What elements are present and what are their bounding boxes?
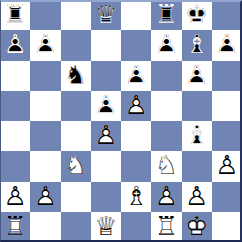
piece-glyph-outline: ♘ <box>155 152 178 178</box>
square-c1[interactable] <box>61 212 91 242</box>
piece-black-pawn[interactable]: ♟♙ <box>0 30 30 60</box>
square-g8[interactable]: ♚♔ <box>182 0 212 30</box>
piece-black-bishop[interactable]: ♝♗ <box>182 30 212 60</box>
piece-glyph-outline: ♙ <box>215 152 238 178</box>
square-h4[interactable] <box>212 121 242 151</box>
piece-white-bishop[interactable]: ♝♗ <box>121 182 151 212</box>
square-b3[interactable] <box>30 151 60 181</box>
square-d6[interactable] <box>91 61 121 91</box>
piece-glyph-outline: ♙ <box>94 122 117 148</box>
piece-black-bishop[interactable]: ♝♗ <box>182 121 212 151</box>
square-b4[interactable] <box>30 121 60 151</box>
chess-board: ♜♖♛♕♜♖♚♔♟♙♟♙♟♙♝♗♟♙♞♘♟♙♟♙♟♙♟♙♟♙♝♗♞♘♞♘♟♙♟♙… <box>0 0 242 242</box>
square-a6[interactable] <box>0 61 30 91</box>
square-a2[interactable]: ♟♙ <box>0 182 30 212</box>
square-f5[interactable] <box>151 91 181 121</box>
piece-glyph-outline: ♘ <box>64 62 87 88</box>
square-h8[interactable] <box>212 0 242 30</box>
piece-white-rook[interactable]: ♜♖ <box>0 212 30 242</box>
square-f1[interactable]: ♜♖ <box>151 212 181 242</box>
square-h7[interactable]: ♟♙ <box>212 30 242 60</box>
piece-white-pawn[interactable]: ♟♙ <box>0 182 30 212</box>
piece-glyph-outline: ♙ <box>3 31 26 57</box>
square-g1[interactable]: ♚♔ <box>182 212 212 242</box>
square-g4[interactable]: ♝♗ <box>182 121 212 151</box>
square-f8[interactable]: ♜♖ <box>151 0 181 30</box>
square-c8[interactable] <box>61 0 91 30</box>
piece-glyph-outline: ♙ <box>185 62 208 88</box>
square-e5[interactable]: ♟♙ <box>121 91 151 121</box>
piece-white-pawn[interactable]: ♟♙ <box>182 182 212 212</box>
piece-black-pawn[interactable]: ♟♙ <box>151 30 181 60</box>
square-e7[interactable] <box>121 30 151 60</box>
chess-board-wrap: ♜♖♛♕♜♖♚♔♟♙♟♙♟♙♝♗♟♙♞♘♟♙♟♙♟♙♟♙♟♙♝♗♞♘♞♘♟♙♟♙… <box>0 0 242 242</box>
piece-glyph-outline: ♗ <box>124 183 147 209</box>
square-b1[interactable] <box>30 212 60 242</box>
piece-black-rook[interactable]: ♜♖ <box>151 0 181 30</box>
piece-glyph-outline: ♙ <box>34 183 57 209</box>
square-e6[interactable]: ♟♙ <box>121 61 151 91</box>
square-d3[interactable] <box>91 151 121 181</box>
piece-glyph-outline: ♙ <box>155 31 178 57</box>
square-d1[interactable]: ♛♕ <box>91 212 121 242</box>
square-a7[interactable]: ♟♙ <box>0 30 30 60</box>
square-h5[interactable] <box>212 91 242 121</box>
square-e1[interactable] <box>121 212 151 242</box>
square-d4[interactable]: ♟♙ <box>91 121 121 151</box>
square-f3[interactable]: ♞♘ <box>151 151 181 181</box>
square-d5[interactable]: ♟♙ <box>91 91 121 121</box>
square-g2[interactable]: ♟♙ <box>182 182 212 212</box>
piece-glyph-outline: ♙ <box>124 62 147 88</box>
square-h3[interactable]: ♟♙ <box>212 151 242 181</box>
square-b6[interactable] <box>30 61 60 91</box>
piece-black-queen[interactable]: ♛♕ <box>91 0 121 30</box>
piece-black-pawn[interactable]: ♟♙ <box>30 30 60 60</box>
square-h6[interactable] <box>212 61 242 91</box>
square-h2[interactable] <box>212 182 242 212</box>
piece-glyph-outline: ♖ <box>155 1 178 27</box>
square-d2[interactable] <box>91 182 121 212</box>
piece-white-knight[interactable]: ♞♘ <box>151 151 181 181</box>
square-f7[interactable]: ♟♙ <box>151 30 181 60</box>
square-c5[interactable] <box>61 91 91 121</box>
square-d8[interactable]: ♛♕ <box>91 0 121 30</box>
piece-white-queen[interactable]: ♛♕ <box>91 212 121 242</box>
square-f2[interactable]: ♟♙ <box>151 182 181 212</box>
piece-glyph-outline: ♗ <box>185 31 208 57</box>
piece-glyph-outline: ♗ <box>185 122 208 148</box>
square-g5[interactable] <box>182 91 212 121</box>
square-e2[interactable]: ♝♗ <box>121 182 151 212</box>
square-f6[interactable] <box>151 61 181 91</box>
piece-glyph-outline: ♘ <box>64 152 87 178</box>
square-e8[interactable] <box>121 0 151 30</box>
square-b2[interactable]: ♟♙ <box>30 182 60 212</box>
piece-white-king[interactable]: ♚♔ <box>182 212 212 242</box>
square-a3[interactable] <box>0 151 30 181</box>
square-a5[interactable] <box>0 91 30 121</box>
square-b7[interactable]: ♟♙ <box>30 30 60 60</box>
square-e4[interactable] <box>121 121 151 151</box>
square-f4[interactable] <box>151 121 181 151</box>
piece-glyph-outline: ♙ <box>215 31 238 57</box>
piece-white-knight[interactable]: ♞♘ <box>61 151 91 181</box>
square-g7[interactable]: ♝♗ <box>182 30 212 60</box>
square-c3[interactable]: ♞♘ <box>61 151 91 181</box>
square-b8[interactable] <box>30 0 60 30</box>
piece-white-rook[interactable]: ♜♖ <box>151 212 181 242</box>
piece-glyph-outline: ♙ <box>155 183 178 209</box>
piece-white-pawn[interactable]: ♟♙ <box>212 151 242 181</box>
square-g3[interactable] <box>182 151 212 181</box>
piece-black-pawn[interactable]: ♟♙ <box>91 91 121 121</box>
square-c2[interactable] <box>61 182 91 212</box>
piece-glyph-outline: ♖ <box>3 1 26 27</box>
piece-glyph-outline: ♙ <box>94 92 117 118</box>
square-a4[interactable] <box>0 121 30 151</box>
square-c6[interactable]: ♞♘ <box>61 61 91 91</box>
piece-black-pawn[interactable]: ♟♙ <box>121 61 151 91</box>
piece-glyph-outline: ♕ <box>94 1 117 27</box>
piece-white-pawn[interactable]: ♟♙ <box>91 121 121 151</box>
piece-glyph-outline: ♙ <box>124 92 147 118</box>
piece-glyph-outline: ♙ <box>185 183 208 209</box>
piece-black-knight[interactable]: ♞♘ <box>61 61 91 91</box>
square-c7[interactable] <box>61 30 91 60</box>
piece-black-king[interactable]: ♚♔ <box>182 0 212 30</box>
piece-white-pawn[interactable]: ♟♙ <box>121 91 151 121</box>
piece-white-pawn[interactable]: ♟♙ <box>30 182 60 212</box>
piece-glyph-outline: ♔ <box>185 213 208 239</box>
piece-glyph-outline: ♕ <box>94 213 117 239</box>
piece-glyph-outline: ♖ <box>3 213 26 239</box>
square-b5[interactable] <box>30 91 60 121</box>
square-c4[interactable] <box>61 121 91 151</box>
square-h1[interactable] <box>212 212 242 242</box>
square-e3[interactable] <box>121 151 151 181</box>
piece-black-pawn[interactable]: ♟♙ <box>212 30 242 60</box>
piece-glyph-outline: ♔ <box>185 1 208 27</box>
piece-glyph-outline: ♙ <box>3 183 26 209</box>
square-a1[interactable]: ♜♖ <box>0 212 30 242</box>
square-a8[interactable]: ♜♖ <box>0 0 30 30</box>
square-d7[interactable] <box>91 30 121 60</box>
piece-black-rook[interactable]: ♜♖ <box>0 0 30 30</box>
piece-glyph-outline: ♙ <box>34 31 57 57</box>
piece-glyph-outline: ♖ <box>155 213 178 239</box>
piece-black-pawn[interactable]: ♟♙ <box>182 61 212 91</box>
piece-white-pawn[interactable]: ♟♙ <box>151 182 181 212</box>
square-g6[interactable]: ♟♙ <box>182 61 212 91</box>
